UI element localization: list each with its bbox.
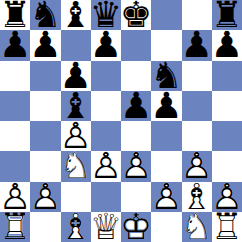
- square-a6[interactable]: [0, 61, 30, 91]
- square-a5[interactable]: [0, 91, 30, 121]
- square-d1[interactable]: ♛♕: [91, 212, 121, 242]
- piece-black-pawn-icon: ♟: [151, 91, 181, 121]
- square-e1[interactable]: ♚♔: [121, 212, 151, 242]
- square-e3[interactable]: ♟♙: [121, 151, 151, 181]
- square-d3[interactable]: ♟♙: [91, 151, 121, 181]
- piece-black-pawn-icon: ♟: [91, 30, 121, 60]
- square-b1[interactable]: [30, 212, 60, 242]
- square-g6[interactable]: [182, 61, 212, 91]
- piece-black-pawn-icon: ♟: [121, 91, 151, 121]
- square-a7[interactable]: ♟: [0, 30, 30, 60]
- piece-black-pawn-icon: ♟: [212, 30, 242, 60]
- square-b4[interactable]: [30, 121, 60, 151]
- square-b6[interactable]: [30, 61, 60, 91]
- piece-black-king-icon: ♚: [121, 0, 151, 30]
- piece-white-pawn-icon: ♟♙: [91, 151, 121, 181]
- piece-white-king-icon: ♚♔: [121, 212, 151, 242]
- square-h6[interactable]: [212, 61, 242, 91]
- piece-white-rook-icon: ♜♖: [212, 212, 242, 242]
- square-a1[interactable]: ♜♖: [0, 212, 30, 242]
- square-h4[interactable]: [212, 121, 242, 151]
- piece-white-queen-icon: ♛♕: [91, 212, 121, 242]
- square-f8[interactable]: [151, 0, 181, 30]
- chess-board: ♜♞♝♛♚♜♟♟♟♟♟♟♞♝♟♟♟♙♞♘♟♙♟♙♟♙♟♙♟♙♟♙♝♗♟♙♜♖♝♗…: [0, 0, 242, 242]
- square-g5[interactable]: [182, 91, 212, 121]
- square-d5[interactable]: [91, 91, 121, 121]
- piece-black-bishop-icon: ♝: [61, 0, 91, 30]
- square-a4[interactable]: [0, 121, 30, 151]
- piece-white-pawn-icon: ♟♙: [121, 151, 151, 181]
- square-e7[interactable]: [121, 30, 151, 60]
- square-d7[interactable]: ♟: [91, 30, 121, 60]
- square-c8[interactable]: ♝: [61, 0, 91, 30]
- square-h5[interactable]: [212, 91, 242, 121]
- square-g1[interactable]: ♞♘: [182, 212, 212, 242]
- piece-white-rook-icon: ♜♖: [0, 212, 30, 242]
- square-e8[interactable]: ♚: [121, 0, 151, 30]
- square-c3[interactable]: ♞♘: [61, 151, 91, 181]
- square-e5[interactable]: ♟: [121, 91, 151, 121]
- square-f2[interactable]: ♟♙: [151, 182, 181, 212]
- square-b2[interactable]: ♟♙: [30, 182, 60, 212]
- piece-white-pawn-icon: ♟♙: [30, 182, 60, 212]
- square-c1[interactable]: ♝♗: [61, 212, 91, 242]
- piece-white-pawn-icon: ♟♙: [151, 182, 181, 212]
- square-f5[interactable]: ♟: [151, 91, 181, 121]
- piece-black-pawn-icon: ♟: [0, 30, 30, 60]
- square-h1[interactable]: ♜♖: [212, 212, 242, 242]
- square-b7[interactable]: ♟: [30, 30, 60, 60]
- piece-black-pawn-icon: ♟: [182, 30, 212, 60]
- square-h7[interactable]: ♟: [212, 30, 242, 60]
- piece-white-knight-icon: ♞♘: [61, 151, 91, 181]
- piece-white-bishop-icon: ♝♗: [61, 212, 91, 242]
- square-b5[interactable]: [30, 91, 60, 121]
- square-d6[interactable]: [91, 61, 121, 91]
- piece-white-knight-icon: ♞♘: [182, 212, 212, 242]
- square-f4[interactable]: [151, 121, 181, 151]
- square-g7[interactable]: ♟: [182, 30, 212, 60]
- piece-black-pawn-icon: ♟: [30, 30, 60, 60]
- square-f1[interactable]: [151, 212, 181, 242]
